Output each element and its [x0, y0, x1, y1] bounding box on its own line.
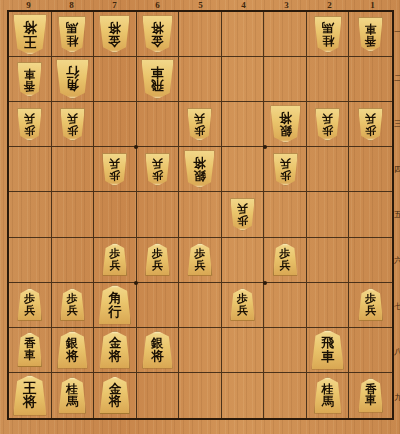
square-3五[interactable]: [264, 192, 307, 237]
piece-kanji: 銀: [194, 169, 207, 182]
square-9四[interactable]: [9, 147, 52, 192]
sente-pawn[interactable]: 歩兵: [145, 243, 170, 276]
rank-label-6: 六: [394, 238, 400, 284]
piece-kanji: 王: [23, 382, 37, 396]
piece-kanji: 車: [151, 66, 164, 79]
piece-kanji: 馬: [66, 22, 78, 34]
piece-kanji: 銀: [66, 337, 79, 350]
piece-kanji: 兵: [67, 305, 78, 316]
piece-kanji: 兵: [24, 305, 35, 316]
square-7五[interactable]: [94, 192, 137, 237]
square-6九[interactable]: [137, 373, 180, 418]
sente-pawn[interactable]: 歩兵: [273, 243, 298, 276]
square-8二[interactable]: 角行: [52, 57, 95, 102]
sente-bishop[interactable]: 角行: [98, 285, 131, 325]
square-4五[interactable]: 歩兵: [222, 192, 265, 237]
file-label-5: 5: [179, 0, 222, 10]
square-2一[interactable]: 桂馬: [307, 12, 350, 57]
piece-kanji: 桂: [322, 34, 334, 46]
gote-lance[interactable]: 香車: [17, 62, 42, 97]
piece-kanji: 兵: [365, 305, 376, 316]
square-3一[interactable]: [264, 12, 307, 57]
square-9八[interactable]: 香車: [9, 328, 52, 373]
square-2二[interactable]: [307, 57, 350, 102]
piece-kanji: 兵: [237, 305, 248, 316]
rank-label-5: 五: [394, 192, 400, 238]
piece-kanji: 角: [66, 79, 79, 92]
rank-labels: 一二三四五六七八九: [394, 10, 400, 420]
square-6七[interactable]: [137, 283, 180, 328]
square-7四[interactable]: 歩兵: [94, 147, 137, 192]
piece-kanji: 兵: [365, 113, 376, 124]
square-6八[interactable]: 銀将: [137, 328, 180, 373]
piece-kanji: 銀: [151, 337, 164, 350]
piece-kanji: 飛: [321, 336, 334, 349]
piece-kanji: 角: [108, 291, 121, 304]
piece-kanji: 飛: [151, 79, 164, 92]
square-5五[interactable]: [179, 192, 222, 237]
square-9一[interactable]: 王将: [9, 12, 52, 57]
gote-bishop[interactable]: 角行: [56, 59, 89, 99]
piece-kanji: 金: [109, 34, 122, 47]
piece-kanji: 兵: [24, 113, 35, 124]
piece-kanji: 兵: [194, 113, 205, 124]
square-9七[interactable]: 歩兵: [9, 283, 52, 328]
file-label-6: 6: [136, 0, 179, 10]
piece-kanji: 歩: [237, 293, 248, 304]
square-4九[interactable]: [222, 373, 265, 418]
piece-kanji: 歩: [67, 293, 78, 304]
gote-knight[interactable]: 桂馬: [58, 16, 86, 53]
piece-kanji: 車: [365, 395, 377, 407]
square-8七[interactable]: 歩兵: [52, 283, 95, 328]
square-2六[interactable]: [307, 238, 350, 283]
piece-kanji: 歩: [24, 293, 35, 304]
sente-knight[interactable]: 桂馬: [58, 377, 86, 414]
sente-pawn[interactable]: 歩兵: [102, 243, 127, 276]
gote-pawn[interactable]: 歩兵: [230, 198, 255, 231]
piece-kanji: 兵: [322, 113, 333, 124]
rank-label-3: 三: [394, 101, 400, 147]
square-9二[interactable]: 香車: [9, 57, 52, 102]
square-8三[interactable]: 歩兵: [52, 102, 95, 147]
sente-gold[interactable]: 金将: [99, 331, 130, 369]
square-7八[interactable]: 金将: [94, 328, 137, 373]
piece-kanji: 王: [23, 34, 37, 48]
file-label-2: 2: [308, 0, 351, 10]
piece-kanji: 歩: [24, 124, 35, 135]
piece-kanji: 歩: [109, 248, 120, 259]
sente-gold[interactable]: 金将: [99, 376, 130, 414]
square-2九[interactable]: 桂馬: [307, 373, 350, 418]
piece-kanji: 兵: [152, 260, 163, 271]
piece-kanji: 将: [109, 395, 122, 408]
square-2五[interactable]: [307, 192, 350, 237]
square-3六[interactable]: 歩兵: [264, 238, 307, 283]
square-3七[interactable]: [264, 283, 307, 328]
file-labels: 987654321: [7, 0, 394, 10]
square-5六[interactable]: 歩兵: [179, 238, 222, 283]
square-6三[interactable]: [137, 102, 180, 147]
square-8六[interactable]: [52, 238, 95, 283]
square-6四[interactable]: 歩兵: [137, 147, 180, 192]
piece-kanji: 馬: [66, 395, 78, 407]
sente-rook[interactable]: 飛車: [311, 330, 344, 370]
gote-rook[interactable]: 飛車: [141, 59, 174, 99]
piece-kanji: 歩: [194, 124, 205, 135]
square-3二[interactable]: [264, 57, 307, 102]
piece-kanji: 将: [66, 350, 79, 363]
star-point: [263, 281, 267, 285]
square-9九[interactable]: 王将: [9, 373, 52, 418]
square-4三[interactable]: [222, 102, 265, 147]
sente-lance[interactable]: 香車: [358, 378, 383, 413]
sente-knight[interactable]: 桂馬: [314, 377, 342, 414]
square-4一[interactable]: [222, 12, 265, 57]
square-6二[interactable]: 飛車: [137, 57, 180, 102]
gote-silver[interactable]: 銀将: [270, 105, 301, 143]
square-3九[interactable]: [264, 373, 307, 418]
gote-lance[interactable]: 香車: [358, 17, 383, 52]
piece-kanji: 馬: [322, 22, 334, 34]
square-9三[interactable]: 歩兵: [9, 102, 52, 147]
piece-kanji: 歩: [109, 169, 120, 180]
gote-pawn[interactable]: 歩兵: [358, 108, 383, 141]
square-7二[interactable]: [94, 57, 137, 102]
gote-gold[interactable]: 金将: [99, 15, 130, 53]
square-5三[interactable]: 歩兵: [179, 102, 222, 147]
gote-pawn[interactable]: 歩兵: [17, 108, 42, 141]
sente-pawn[interactable]: 歩兵: [17, 288, 42, 321]
piece-kanji: 歩: [322, 124, 333, 135]
square-9五[interactable]: [9, 192, 52, 237]
square-4二[interactable]: [222, 57, 265, 102]
piece-kanji: 歩: [365, 124, 376, 135]
square-2三[interactable]: 歩兵: [307, 102, 350, 147]
piece-kanji: 歩: [194, 248, 205, 259]
piece-kanji: 兵: [280, 158, 291, 169]
piece-kanji: 兵: [152, 158, 163, 169]
square-8九[interactable]: 桂馬: [52, 373, 95, 418]
piece-kanji: 歩: [152, 169, 163, 180]
square-3四[interactable]: 歩兵: [264, 147, 307, 192]
piece-kanji: 香: [24, 79, 36, 91]
file-label-3: 3: [265, 0, 308, 10]
square-4八[interactable]: [222, 328, 265, 373]
piece-kanji: 香: [365, 34, 377, 46]
piece-kanji: 将: [109, 350, 122, 363]
square-4四[interactable]: [222, 147, 265, 192]
square-1一[interactable]: 香車: [349, 12, 392, 57]
square-6六[interactable]: 歩兵: [137, 238, 180, 283]
rank-label-1: 一: [394, 10, 400, 56]
piece-kanji: 馬: [322, 395, 334, 407]
square-2七[interactable]: [307, 283, 350, 328]
gote-pawn[interactable]: 歩兵: [187, 108, 212, 141]
square-4六[interactable]: [222, 238, 265, 283]
piece-kanji: 車: [321, 350, 334, 363]
square-2八[interactable]: 飛車: [307, 328, 350, 373]
file-label-9: 9: [7, 0, 50, 10]
piece-kanji: 将: [109, 21, 122, 34]
piece-kanji: 兵: [109, 158, 120, 169]
piece-kanji: 桂: [66, 34, 78, 46]
square-3八[interactable]: [264, 328, 307, 373]
square-7一[interactable]: 金将: [94, 12, 137, 57]
square-1八[interactable]: [349, 328, 392, 373]
sente-king[interactable]: 王将: [13, 375, 47, 416]
board-frame: 王将桂馬金将金将桂馬香車香車角行飛車歩兵歩兵歩兵銀将歩兵歩兵歩兵歩兵銀将歩兵歩兵…: [7, 10, 394, 420]
star-point: [134, 145, 138, 149]
piece-kanji: 行: [66, 66, 79, 79]
board-grid: 王将桂馬金将金将桂馬香車香車角行飛車歩兵歩兵歩兵銀将歩兵歩兵歩兵歩兵銀将歩兵歩兵…: [7, 10, 394, 420]
square-5九[interactable]: [179, 373, 222, 418]
piece-kanji: 兵: [109, 260, 120, 271]
gote-pawn[interactable]: 歩兵: [273, 153, 298, 186]
square-1二[interactable]: [349, 57, 392, 102]
piece-kanji: 歩: [280, 248, 291, 259]
piece-kanji: 歩: [67, 124, 78, 135]
square-7九[interactable]: 金将: [94, 373, 137, 418]
piece-kanji: 兵: [194, 260, 205, 271]
rank-label-7: 七: [394, 283, 400, 329]
gote-silver[interactable]: 銀将: [184, 150, 215, 188]
square-8八[interactable]: 銀将: [52, 328, 95, 373]
piece-kanji: 兵: [280, 260, 291, 271]
gote-pawn[interactable]: 歩兵: [60, 108, 85, 141]
piece-kanji: 歩: [152, 248, 163, 259]
square-5八[interactable]: [179, 328, 222, 373]
gote-king[interactable]: 王将: [13, 14, 47, 55]
square-8一[interactable]: 桂馬: [52, 12, 95, 57]
piece-kanji: 行: [108, 305, 121, 318]
piece-kanji: 将: [151, 350, 164, 363]
gote-pawn[interactable]: 歩兵: [102, 153, 127, 186]
rank-label-2: 二: [394, 56, 400, 102]
file-label-8: 8: [50, 0, 93, 10]
piece-kanji: 歩: [365, 293, 376, 304]
file-label-7: 7: [93, 0, 136, 10]
square-8五[interactable]: [52, 192, 95, 237]
rank-label-9: 九: [394, 374, 400, 420]
square-6一[interactable]: 金将: [137, 12, 180, 57]
piece-kanji: 車: [24, 350, 36, 362]
piece-kanji: 将: [194, 157, 207, 170]
piece-kanji: 歩: [280, 169, 291, 180]
file-label-4: 4: [222, 0, 265, 10]
star-point: [263, 145, 267, 149]
sente-pawn[interactable]: 歩兵: [187, 243, 212, 276]
gote-knight[interactable]: 桂馬: [314, 16, 342, 53]
square-5二[interactable]: [179, 57, 222, 102]
sente-pawn[interactable]: 歩兵: [60, 288, 85, 321]
square-1五[interactable]: [349, 192, 392, 237]
piece-kanji: 金: [109, 337, 122, 350]
piece-kanji: 将: [23, 395, 37, 409]
sente-lance[interactable]: 香車: [17, 332, 42, 367]
piece-kanji: 将: [151, 21, 164, 34]
piece-kanji: 歩: [237, 214, 248, 225]
piece-kanji: 車: [365, 22, 377, 34]
square-9六[interactable]: [9, 238, 52, 283]
piece-kanji: 金: [151, 34, 164, 47]
square-7六[interactable]: 歩兵: [94, 238, 137, 283]
square-2四[interactable]: [307, 147, 350, 192]
square-1六[interactable]: [349, 238, 392, 283]
square-1四[interactable]: [349, 147, 392, 192]
square-5一[interactable]: [179, 12, 222, 57]
sente-silver[interactable]: 銀将: [57, 331, 88, 369]
piece-kanji: 将: [279, 111, 292, 124]
square-5四[interactable]: 銀将: [179, 147, 222, 192]
square-7七[interactable]: 角行: [94, 283, 137, 328]
piece-kanji: 兵: [237, 203, 248, 214]
square-1九[interactable]: 香車: [349, 373, 392, 418]
square-7三[interactable]: [94, 102, 137, 147]
piece-kanji: 将: [23, 20, 37, 34]
gote-pawn[interactable]: 歩兵: [145, 153, 170, 186]
rank-label-4: 四: [394, 147, 400, 193]
square-5七[interactable]: [179, 283, 222, 328]
rank-label-8: 八: [394, 329, 400, 375]
piece-kanji: 銀: [279, 124, 292, 137]
sente-silver[interactable]: 銀将: [142, 331, 173, 369]
sente-pawn[interactable]: 歩兵: [230, 288, 255, 321]
square-4七[interactable]: 歩兵: [222, 283, 265, 328]
gote-gold[interactable]: 金将: [142, 15, 173, 53]
piece-kanji: 兵: [67, 113, 78, 124]
square-1三[interactable]: 歩兵: [349, 102, 392, 147]
piece-kanji: 車: [24, 67, 36, 79]
square-1七[interactable]: 歩兵: [349, 283, 392, 328]
file-label-1: 1: [351, 0, 394, 10]
sente-pawn[interactable]: 歩兵: [358, 288, 383, 321]
star-point: [134, 281, 138, 285]
square-3三[interactable]: 銀将: [264, 102, 307, 147]
shogi-app: 987654321 一二三四五六七八九 王将桂馬金将金将桂馬香車香車角行飛車歩兵…: [0, 0, 400, 434]
square-6五[interactable]: [137, 192, 180, 237]
square-8四[interactable]: [52, 147, 95, 192]
gote-pawn[interactable]: 歩兵: [315, 108, 340, 141]
